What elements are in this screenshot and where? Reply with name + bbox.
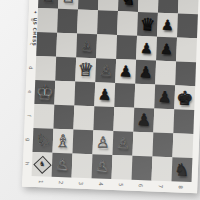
square-h2[interactable]: ♙ <box>52 153 73 178</box>
chess-board: abcdefgh ✦ US CHESS 12345678 ♖♙♞♛♟♙♟♟♕♙♟… <box>22 0 200 193</box>
square-c2[interactable] <box>56 33 77 58</box>
square-c4[interactable] <box>96 34 117 59</box>
square-g5[interactable]: ♙ <box>112 131 133 156</box>
square-c5[interactable] <box>116 35 137 60</box>
square-c7[interactable]: ♟ <box>156 37 177 62</box>
square-g8[interactable] <box>172 133 193 158</box>
square-h3[interactable] <box>72 153 93 178</box>
square-a8[interactable] <box>178 0 199 14</box>
square-d6[interactable]: ♟ <box>135 60 156 85</box>
black-piece-e8[interactable]: ♚ <box>176 88 194 108</box>
white-piece-h2[interactable]: ♙ <box>55 157 70 174</box>
square-e5[interactable] <box>114 83 135 108</box>
square-f1[interactable] <box>33 104 54 129</box>
square-c1[interactable] <box>36 32 57 57</box>
square-g2[interactable]: ♗ <box>52 129 73 154</box>
square-h5[interactable] <box>112 155 133 180</box>
square-g7[interactable] <box>152 133 173 158</box>
square-e6[interactable] <box>134 84 155 109</box>
square-f4[interactable] <box>93 106 114 131</box>
square-d5[interactable]: ♟ <box>115 59 136 84</box>
square-d2[interactable] <box>55 57 76 82</box>
black-piece-a5[interactable]: ♞ <box>121 0 135 7</box>
square-e4[interactable]: ♟ <box>94 82 115 107</box>
white-piece-a2[interactable]: ♙ <box>62 0 75 4</box>
white-piece-a1[interactable]: ♖ <box>41 0 55 4</box>
square-e8[interactable]: ♚ <box>174 85 195 110</box>
black-piece-c7[interactable]: ♟ <box>160 42 173 56</box>
white-piece-e1[interactable]: ♔ <box>35 82 54 103</box>
square-b1[interactable] <box>37 8 58 33</box>
square-e3[interactable] <box>74 82 95 107</box>
square-c6[interactable]: ♟ <box>136 36 157 61</box>
white-piece-g1[interactable]: ♘ <box>34 131 52 150</box>
white-piece-d3[interactable]: ♕ <box>77 61 94 80</box>
square-a7[interactable] <box>158 0 179 13</box>
square-a4[interactable] <box>98 0 119 11</box>
square-d8[interactable] <box>175 61 196 86</box>
board-grid: ♖♙♞♛♟♙♟♟♕♙♟♟♔♟♟♚♟♘♗♙♙♞♙♙♞ <box>32 0 199 182</box>
square-g4[interactable]: ♙ <box>92 130 113 155</box>
square-d7[interactable] <box>155 61 176 86</box>
square-f8[interactable] <box>173 109 194 134</box>
square-b3[interactable] <box>77 10 98 35</box>
square-h8[interactable]: ♞ <box>171 157 192 182</box>
black-piece-e4[interactable]: ♟ <box>98 87 112 103</box>
square-a5[interactable]: ♞ <box>118 0 139 12</box>
black-piece-c6[interactable]: ♟ <box>140 41 153 55</box>
square-d1[interactable] <box>35 56 56 81</box>
square-e1[interactable]: ♔ <box>34 80 55 105</box>
square-g3[interactable] <box>72 129 93 154</box>
square-f6[interactable]: ♟ <box>133 108 154 133</box>
white-piece-g5[interactable]: ♙ <box>116 136 130 152</box>
square-a6[interactable] <box>138 0 159 13</box>
square-g6[interactable] <box>132 132 153 157</box>
square-h7[interactable] <box>151 157 172 182</box>
square-b8[interactable] <box>177 13 198 38</box>
square-d4[interactable]: ♙ <box>95 58 116 83</box>
square-b4[interactable] <box>97 10 118 35</box>
square-c8[interactable] <box>176 37 197 62</box>
square-b5[interactable] <box>117 11 138 36</box>
square-f5[interactable] <box>113 107 134 132</box>
square-h6[interactable] <box>132 156 153 181</box>
photo-background: abcdefgh ✦ US CHESS 12345678 ♖♙♞♛♟♙♟♟♕♙♟… <box>0 0 200 200</box>
square-b2[interactable] <box>57 9 78 34</box>
white-piece-c3[interactable]: ♙ <box>80 39 93 53</box>
white-piece-g4[interactable]: ♙ <box>96 135 110 151</box>
square-g1[interactable]: ♘ <box>33 128 54 153</box>
white-piece-g2[interactable]: ♗ <box>55 132 71 150</box>
square-e7[interactable]: ♟ <box>154 85 175 110</box>
square-d3[interactable]: ♕ <box>75 58 96 83</box>
white-piece-d4[interactable]: ♙ <box>99 63 113 79</box>
black-piece-d5[interactable]: ♟ <box>119 64 133 80</box>
square-b6[interactable]: ♛ <box>137 12 158 37</box>
black-piece-f6[interactable]: ♟ <box>136 112 151 129</box>
square-h1[interactable]: ♞ <box>32 152 53 177</box>
square-c3[interactable]: ♙ <box>76 34 97 59</box>
square-f2[interactable] <box>53 105 74 130</box>
black-piece-h8[interactable]: ♞ <box>174 161 190 179</box>
black-piece-b7[interactable]: ♟ <box>161 18 174 32</box>
black-piece-d6[interactable]: ♟ <box>139 64 153 80</box>
black-piece-b6[interactable]: ♛ <box>140 15 156 33</box>
us-chess-logo-emblem: ♞ <box>33 155 51 173</box>
square-e2[interactable] <box>54 81 75 106</box>
square-b7[interactable]: ♟ <box>157 13 178 38</box>
black-piece-e7[interactable]: ♟ <box>158 89 172 105</box>
square-f7[interactable] <box>153 109 174 134</box>
square-f3[interactable] <box>73 106 94 131</box>
square-h4[interactable]: ♙ <box>92 154 113 179</box>
white-piece-h4[interactable]: ♙ <box>95 158 110 175</box>
